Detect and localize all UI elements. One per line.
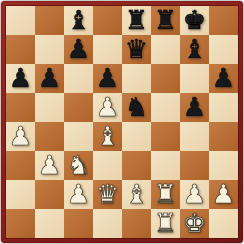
square-e4[interactable] [122,122,151,151]
black-rook: ♜ [154,6,177,35]
square-b1[interactable] [35,209,64,238]
square-b8[interactable] [35,6,64,35]
square-f4[interactable] [151,122,180,151]
square-h5[interactable] [209,93,238,122]
white-pawn: ♟ [183,180,206,209]
white-knight: ♞ [67,151,90,180]
square-a7[interactable] [6,35,35,64]
square-b6[interactable]: ♟ [35,64,64,93]
square-c8[interactable]: ♝ [64,6,93,35]
black-pawn: ♟ [212,64,235,93]
square-g8[interactable]: ♚ [180,6,209,35]
board-frame: ♝♜♜♚♟♛♝♟♟♟♟♟♞♟♟♝♟♞♟♛♝♜♟♟♜♚ [0,0,244,244]
white-bishop: ♝ [125,180,148,209]
chess-diagram: ♝♜♜♚♟♛♝♟♟♟♟♟♞♟♟♝♟♞♟♛♝♜♟♟♜♚ [0,0,244,244]
square-f6[interactable] [151,64,180,93]
square-e5[interactable]: ♞ [122,93,151,122]
square-e3[interactable] [122,151,151,180]
square-d7[interactable] [93,35,122,64]
square-h7[interactable] [209,35,238,64]
black-bishop: ♝ [67,6,90,35]
black-king: ♚ [183,6,206,35]
square-a5[interactable] [6,93,35,122]
black-rook: ♜ [125,6,148,35]
square-g3[interactable] [180,151,209,180]
square-d1[interactable] [93,209,122,238]
square-d6[interactable]: ♟ [93,64,122,93]
white-pawn: ♟ [67,180,90,209]
square-e7[interactable]: ♛ [122,35,151,64]
square-g7[interactable]: ♝ [180,35,209,64]
square-d2[interactable]: ♛ [93,180,122,209]
square-h6[interactable]: ♟ [209,64,238,93]
black-queen: ♛ [125,35,148,64]
white-pawn: ♟ [212,180,235,209]
square-e1[interactable] [122,209,151,238]
square-h2[interactable]: ♟ [209,180,238,209]
square-c3[interactable]: ♞ [64,151,93,180]
square-d5[interactable]: ♟ [93,93,122,122]
square-b4[interactable] [35,122,64,151]
square-a4[interactable]: ♟ [6,122,35,151]
square-d4[interactable]: ♝ [93,122,122,151]
square-c7[interactable]: ♟ [64,35,93,64]
white-pawn: ♟ [9,122,32,151]
black-knight: ♞ [125,93,148,122]
square-c6[interactable] [64,64,93,93]
white-rook: ♜ [154,180,177,209]
square-g5[interactable]: ♟ [180,93,209,122]
square-a1[interactable] [6,209,35,238]
square-c1[interactable] [64,209,93,238]
square-a2[interactable] [6,180,35,209]
square-h1[interactable] [209,209,238,238]
square-d8[interactable] [93,6,122,35]
white-bishop: ♝ [96,122,119,151]
square-h4[interactable] [209,122,238,151]
square-a8[interactable] [6,6,35,35]
square-f5[interactable] [151,93,180,122]
square-h3[interactable] [209,151,238,180]
square-c5[interactable] [64,93,93,122]
square-a3[interactable] [6,151,35,180]
black-pawn: ♟ [183,93,206,122]
square-d3[interactable] [93,151,122,180]
square-g4[interactable] [180,122,209,151]
square-e6[interactable] [122,64,151,93]
chess-board: ♝♜♜♚♟♛♝♟♟♟♟♟♞♟♟♝♟♞♟♛♝♜♟♟♜♚ [6,6,238,238]
black-pawn: ♟ [38,64,61,93]
white-pawn: ♟ [96,93,119,122]
white-queen: ♛ [96,180,119,209]
square-b7[interactable] [35,35,64,64]
square-b2[interactable] [35,180,64,209]
square-b5[interactable] [35,93,64,122]
square-c2[interactable]: ♟ [64,180,93,209]
square-a6[interactable]: ♟ [6,64,35,93]
square-f1[interactable]: ♜ [151,209,180,238]
black-pawn: ♟ [67,35,90,64]
square-f7[interactable] [151,35,180,64]
black-pawn: ♟ [96,64,119,93]
white-pawn: ♟ [38,151,61,180]
white-king: ♚ [183,209,206,238]
square-b3[interactable]: ♟ [35,151,64,180]
square-f8[interactable]: ♜ [151,6,180,35]
black-pawn: ♟ [9,64,32,93]
square-h8[interactable] [209,6,238,35]
square-e2[interactable]: ♝ [122,180,151,209]
black-bishop: ♝ [183,35,206,64]
square-g1[interactable]: ♚ [180,209,209,238]
square-g6[interactable] [180,64,209,93]
square-c4[interactable] [64,122,93,151]
square-e8[interactable]: ♜ [122,6,151,35]
square-f3[interactable] [151,151,180,180]
square-g2[interactable]: ♟ [180,180,209,209]
square-f2[interactable]: ♜ [151,180,180,209]
white-rook: ♜ [154,209,177,238]
